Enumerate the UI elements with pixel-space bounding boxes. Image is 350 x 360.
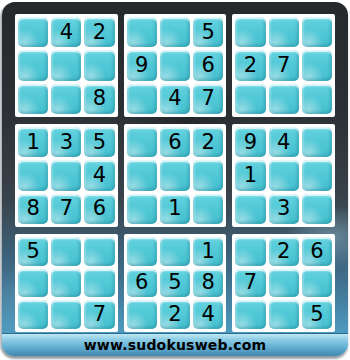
board-frame: 428596472713548766219413571658242675 www…: [2, 2, 348, 356]
sudoku-box-r3c2: 165824: [124, 234, 227, 332]
cell-r6c5[interactable]: 1: [160, 194, 190, 224]
cell-r1c1[interactable]: [18, 17, 48, 47]
cell-r4c1[interactable]: 1: [18, 127, 48, 157]
cell-r6c4[interactable]: [127, 194, 157, 224]
cell-r4c4[interactable]: [127, 127, 157, 157]
cell-r9c9[interactable]: 5: [302, 300, 332, 329]
sudoku-box-r1c1: 428: [15, 14, 118, 117]
cell-r8c8[interactable]: [269, 269, 299, 298]
cell-r1c3[interactable]: 2: [84, 17, 114, 47]
cell-r3c8[interactable]: [269, 84, 299, 114]
sudoku-box-r2c3: 9413: [232, 124, 335, 227]
cell-r1c9[interactable]: [302, 17, 332, 47]
cell-r3c1[interactable]: [18, 84, 48, 114]
cell-r5c4[interactable]: [127, 160, 157, 190]
cell-r4c5[interactable]: 6: [160, 127, 190, 157]
cell-r7c2[interactable]: [51, 237, 81, 266]
cell-r5c5[interactable]: [160, 160, 190, 190]
cell-r9c3[interactable]: 7: [84, 300, 114, 329]
cell-r2c6[interactable]: 6: [193, 50, 223, 80]
cell-r9c4[interactable]: [127, 300, 157, 329]
cell-r2c1[interactable]: [18, 50, 48, 80]
cell-r5c7[interactable]: 1: [235, 160, 265, 190]
cell-r9c5[interactable]: 2: [160, 300, 190, 329]
cell-r1c5[interactable]: [160, 17, 190, 47]
cell-r7c8[interactable]: 2: [269, 237, 299, 266]
cell-r7c4[interactable]: [127, 237, 157, 266]
cell-r8c4[interactable]: 6: [127, 269, 157, 298]
cell-r5c2[interactable]: [51, 160, 81, 190]
cell-r1c2[interactable]: 4: [51, 17, 81, 47]
cell-r2c2[interactable]: [51, 50, 81, 80]
cell-r2c8[interactable]: 7: [269, 50, 299, 80]
sudoku-box-r1c2: 59647: [124, 14, 227, 117]
cell-r7c3[interactable]: [84, 237, 114, 266]
sudoku-box-r1c3: 27: [232, 14, 335, 117]
cell-r4c9[interactable]: [302, 127, 332, 157]
cell-r8c3[interactable]: [84, 269, 114, 298]
cell-r2c9[interactable]: [302, 50, 332, 80]
sudoku-box-r3c3: 2675: [232, 234, 335, 332]
cell-r5c6[interactable]: [193, 160, 223, 190]
site-link[interactable]: www.sudokusweb.com: [84, 337, 267, 353]
cell-r8c5[interactable]: 5: [160, 269, 190, 298]
sudoku-box-r2c1: 1354876: [15, 124, 118, 227]
cell-r3c4[interactable]: [127, 84, 157, 114]
cell-r5c9[interactable]: [302, 160, 332, 190]
cell-r6c6[interactable]: [193, 194, 223, 224]
cell-r4c6[interactable]: 2: [193, 127, 223, 157]
cell-r6c1[interactable]: 8: [18, 194, 48, 224]
cell-r2c5[interactable]: [160, 50, 190, 80]
cell-r8c2[interactable]: [51, 269, 81, 298]
cell-r7c1[interactable]: 5: [18, 237, 48, 266]
cell-r8c1[interactable]: [18, 269, 48, 298]
cell-r3c2[interactable]: [51, 84, 81, 114]
cell-r6c9[interactable]: [302, 194, 332, 224]
cell-r2c3[interactable]: [84, 50, 114, 80]
cell-r1c7[interactable]: [235, 17, 265, 47]
cell-r9c2[interactable]: [51, 300, 81, 329]
cell-r3c5[interactable]: 4: [160, 84, 190, 114]
cell-r2c4[interactable]: 9: [127, 50, 157, 80]
cell-r7c6[interactable]: 1: [193, 237, 223, 266]
cell-r1c4[interactable]: [127, 17, 157, 47]
cell-r3c7[interactable]: [235, 84, 265, 114]
cell-r7c9[interactable]: 6: [302, 237, 332, 266]
cell-r5c8[interactable]: [269, 160, 299, 190]
cell-r6c2[interactable]: 7: [51, 194, 81, 224]
cell-r8c9[interactable]: [302, 269, 332, 298]
sudoku-box-r3c1: 57: [15, 234, 118, 332]
cell-r9c7[interactable]: [235, 300, 265, 329]
cell-r6c7[interactable]: [235, 194, 265, 224]
cell-r8c6[interactable]: 8: [193, 269, 223, 298]
cell-r8c7[interactable]: 7: [235, 269, 265, 298]
cell-r1c6[interactable]: 5: [193, 17, 223, 47]
cell-r2c7[interactable]: 2: [235, 50, 265, 80]
cell-r5c3[interactable]: 4: [84, 160, 114, 190]
cell-r4c7[interactable]: 9: [235, 127, 265, 157]
cell-r4c3[interactable]: 5: [84, 127, 114, 157]
sudoku-box-r2c2: 621: [124, 124, 227, 227]
cell-r9c8[interactable]: [269, 300, 299, 329]
cell-r1c8[interactable]: [269, 17, 299, 47]
cell-r9c6[interactable]: 4: [193, 300, 223, 329]
cell-r7c7[interactable]: [235, 237, 265, 266]
cell-r4c2[interactable]: 3: [51, 127, 81, 157]
cell-r3c6[interactable]: 7: [193, 84, 223, 114]
cell-r9c1[interactable]: [18, 300, 48, 329]
cell-r6c8[interactable]: 3: [269, 194, 299, 224]
footer-bar: www.sudokusweb.com: [2, 333, 348, 356]
cell-r6c3[interactable]: 6: [84, 194, 114, 224]
cell-r3c3[interactable]: 8: [84, 84, 114, 114]
cell-r3c9[interactable]: [302, 84, 332, 114]
sudoku-board: 428596472713548766219413571658242675: [15, 14, 335, 332]
cell-r5c1[interactable]: [18, 160, 48, 190]
cell-r7c5[interactable]: [160, 237, 190, 266]
cell-r4c8[interactable]: 4: [269, 127, 299, 157]
